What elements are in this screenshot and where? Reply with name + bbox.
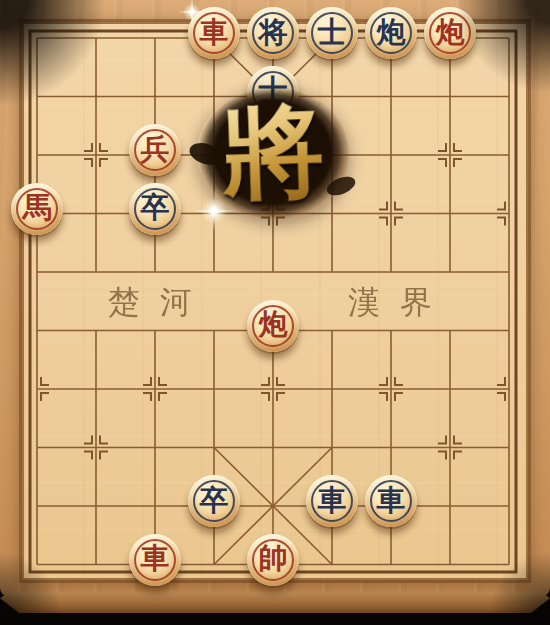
piece-black-advisor[interactable]: 士 bbox=[306, 7, 358, 59]
piece-character: 車 bbox=[318, 486, 347, 515]
piece-black-chariot[interactable]: 車 bbox=[306, 475, 358, 527]
piece-red-soldier[interactable]: 兵 bbox=[129, 124, 181, 176]
piece-red-cannon[interactable]: 炮 bbox=[247, 300, 299, 352]
piece-character: 炮 bbox=[377, 18, 406, 47]
piece-character: 炮 bbox=[259, 310, 288, 339]
check-banner-glyph: 將 bbox=[195, 83, 352, 222]
piece-red-cannon[interactable]: 炮 bbox=[424, 7, 476, 59]
piece-black-general[interactable]: 将 bbox=[247, 7, 299, 59]
piece-character: 車 bbox=[141, 544, 170, 573]
piece-character: 炮 bbox=[436, 18, 465, 47]
piece-black-soldier[interactable]: 卒 bbox=[129, 183, 181, 235]
piece-character: 車 bbox=[200, 18, 229, 47]
piece-black-cannon[interactable]: 炮 bbox=[365, 7, 417, 59]
piece-character: 卒 bbox=[141, 193, 170, 222]
piece-black-chariot[interactable]: 車 bbox=[365, 475, 417, 527]
piece-character: 帥 bbox=[259, 544, 288, 573]
xiangqi-game-screen: 楚河 漢界 車将士炮炮士兵馬卒炮卒車車車帥 將 bbox=[0, 0, 550, 625]
check-banner: 將 bbox=[197, 86, 349, 220]
piece-red-horse[interactable]: 馬 bbox=[11, 183, 63, 235]
piece-character: 馬 bbox=[23, 193, 52, 222]
piece-red-chariot[interactable]: 車 bbox=[188, 7, 240, 59]
piece-character: 兵 bbox=[141, 135, 170, 164]
piece-red-general[interactable]: 帥 bbox=[247, 534, 299, 586]
piece-character: 将 bbox=[259, 18, 288, 47]
piece-character: 士 bbox=[318, 18, 347, 47]
piece-character: 卒 bbox=[200, 486, 229, 515]
piece-black-soldier[interactable]: 卒 bbox=[188, 475, 240, 527]
piece-red-chariot[interactable]: 車 bbox=[129, 534, 181, 586]
piece-character: 車 bbox=[377, 486, 406, 515]
